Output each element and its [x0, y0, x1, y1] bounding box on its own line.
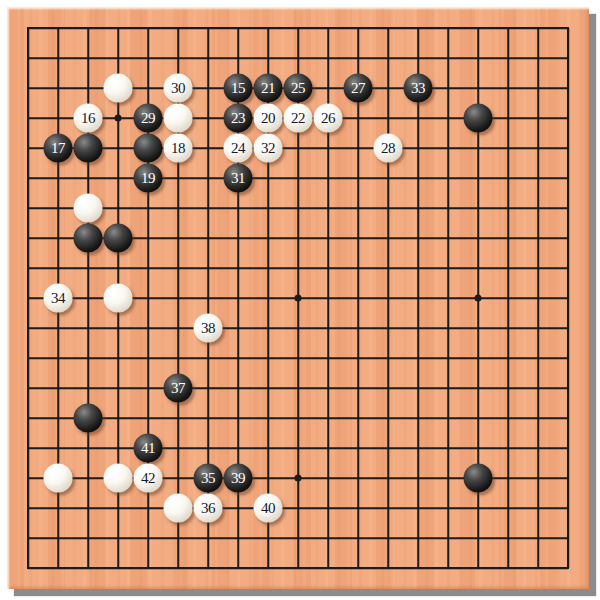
intersection-13-12[interactable] — [403, 373, 433, 403]
intersection-6-13[interactable] — [193, 403, 223, 433]
intersection-9-7[interactable] — [283, 223, 313, 253]
intersection-18-7[interactable] — [553, 223, 583, 253]
intersection-0-11[interactable] — [13, 343, 43, 373]
intersection-10-3[interactable]: 26 — [313, 103, 343, 133]
intersection-11-18[interactable] — [343, 553, 373, 583]
intersection-18-10[interactable] — [553, 313, 583, 343]
intersection-14-5[interactable] — [433, 163, 463, 193]
intersection-15-4[interactable] — [463, 133, 493, 163]
intersection-10-13[interactable] — [313, 403, 343, 433]
intersection-18-12[interactable] — [553, 373, 583, 403]
stone-white[interactable] — [104, 284, 133, 313]
intersection-12-3[interactable] — [373, 103, 403, 133]
intersection-17-15[interactable] — [523, 463, 553, 493]
intersection-6-4[interactable] — [193, 133, 223, 163]
intersection-7-9[interactable] — [223, 283, 253, 313]
intersection-6-3[interactable] — [193, 103, 223, 133]
intersection-4-11[interactable] — [133, 343, 163, 373]
intersection-2-3[interactable]: 16 — [73, 103, 103, 133]
intersection-0-17[interactable] — [13, 523, 43, 553]
intersection-12-5[interactable] — [373, 163, 403, 193]
intersection-10-17[interactable] — [313, 523, 343, 553]
intersection-3-15[interactable] — [103, 463, 133, 493]
stone-black-15[interactable]: 15 — [224, 74, 253, 103]
intersection-2-17[interactable] — [73, 523, 103, 553]
intersection-5-7[interactable] — [163, 223, 193, 253]
intersection-10-4[interactable] — [313, 133, 343, 163]
intersection-16-6[interactable] — [493, 193, 523, 223]
intersection-15-6[interactable] — [463, 193, 493, 223]
intersection-1-9[interactable]: 34 — [43, 283, 73, 313]
intersection-16-18[interactable] — [493, 553, 523, 583]
intersection-14-1[interactable] — [433, 43, 463, 73]
intersection-16-1[interactable] — [493, 43, 523, 73]
intersection-17-9[interactable] — [523, 283, 553, 313]
intersection-15-13[interactable] — [463, 403, 493, 433]
intersection-3-12[interactable] — [103, 373, 133, 403]
intersection-14-3[interactable] — [433, 103, 463, 133]
intersection-14-6[interactable] — [433, 193, 463, 223]
intersection-6-17[interactable] — [193, 523, 223, 553]
intersection-8-5[interactable] — [253, 163, 283, 193]
stone-white[interactable] — [104, 74, 133, 103]
intersection-13-10[interactable] — [403, 313, 433, 343]
intersection-6-16[interactable]: 36 — [193, 493, 223, 523]
intersection-13-4[interactable] — [403, 133, 433, 163]
intersection-12-1[interactable] — [373, 43, 403, 73]
intersection-12-18[interactable] — [373, 553, 403, 583]
intersection-5-11[interactable] — [163, 343, 193, 373]
intersection-18-2[interactable] — [553, 73, 583, 103]
intersection-14-0[interactable] — [433, 13, 463, 43]
intersection-3-16[interactable] — [103, 493, 133, 523]
intersection-14-2[interactable] — [433, 73, 463, 103]
stone-white-30[interactable]: 30 — [164, 74, 193, 103]
intersection-16-7[interactable] — [493, 223, 523, 253]
intersection-4-18[interactable] — [133, 553, 163, 583]
intersection-3-8[interactable] — [103, 253, 133, 283]
intersection-9-3[interactable]: 22 — [283, 103, 313, 133]
intersection-3-1[interactable] — [103, 43, 133, 73]
intersection-13-8[interactable] — [403, 253, 433, 283]
intersection-18-18[interactable] — [553, 553, 583, 583]
intersection-6-9[interactable] — [193, 283, 223, 313]
intersection-9-1[interactable] — [283, 43, 313, 73]
intersection-0-10[interactable] — [13, 313, 43, 343]
intersection-11-7[interactable] — [343, 223, 373, 253]
stone-black-41[interactable]: 41 — [134, 434, 163, 463]
intersection-1-8[interactable] — [43, 253, 73, 283]
intersection-8-1[interactable] — [253, 43, 283, 73]
intersection-1-10[interactable] — [43, 313, 73, 343]
intersection-6-7[interactable] — [193, 223, 223, 253]
intersection-8-10[interactable] — [253, 313, 283, 343]
intersection-10-7[interactable] — [313, 223, 343, 253]
intersection-10-18[interactable] — [313, 553, 343, 583]
intersection-16-3[interactable] — [493, 103, 523, 133]
intersection-9-15[interactable] — [283, 463, 313, 493]
intersection-15-3[interactable] — [463, 103, 493, 133]
intersection-14-13[interactable] — [433, 403, 463, 433]
stone-white-20[interactable]: 20 — [254, 104, 283, 133]
intersection-0-18[interactable] — [13, 553, 43, 583]
intersection-13-11[interactable] — [403, 343, 433, 373]
intersection-18-5[interactable] — [553, 163, 583, 193]
intersection-7-11[interactable] — [223, 343, 253, 373]
intersection-4-10[interactable] — [133, 313, 163, 343]
intersection-17-2[interactable] — [523, 73, 553, 103]
intersection-13-9[interactable] — [403, 283, 433, 313]
intersection-11-0[interactable] — [343, 13, 373, 43]
intersection-11-16[interactable] — [343, 493, 373, 523]
stone-white-34[interactable]: 34 — [44, 284, 73, 313]
intersection-0-9[interactable] — [13, 283, 43, 313]
intersection-18-3[interactable] — [553, 103, 583, 133]
intersection-6-18[interactable] — [193, 553, 223, 583]
intersection-8-12[interactable] — [253, 373, 283, 403]
intersection-2-8[interactable] — [73, 253, 103, 283]
intersection-8-13[interactable] — [253, 403, 283, 433]
intersection-18-8[interactable] — [553, 253, 583, 283]
intersection-5-2[interactable]: 30 — [163, 73, 193, 103]
intersection-14-16[interactable] — [433, 493, 463, 523]
stone-white[interactable] — [164, 104, 193, 133]
intersection-2-14[interactable] — [73, 433, 103, 463]
intersection-5-10[interactable] — [163, 313, 193, 343]
intersection-10-0[interactable] — [313, 13, 343, 43]
intersection-5-1[interactable] — [163, 43, 193, 73]
intersection-0-12[interactable] — [13, 373, 43, 403]
intersection-12-13[interactable] — [373, 403, 403, 433]
intersection-15-18[interactable] — [463, 553, 493, 583]
intersection-6-8[interactable] — [193, 253, 223, 283]
intersection-9-9[interactable] — [283, 283, 313, 313]
intersection-12-10[interactable] — [373, 313, 403, 343]
stone-black[interactable] — [464, 104, 493, 133]
intersection-13-15[interactable] — [403, 463, 433, 493]
intersection-16-8[interactable] — [493, 253, 523, 283]
intersection-7-10[interactable] — [223, 313, 253, 343]
intersection-7-4[interactable]: 24 — [223, 133, 253, 163]
intersection-5-16[interactable] — [163, 493, 193, 523]
intersection-2-18[interactable] — [73, 553, 103, 583]
intersection-9-6[interactable] — [283, 193, 313, 223]
stone-white-24[interactable]: 24 — [224, 134, 253, 163]
intersection-2-13[interactable] — [73, 403, 103, 433]
stone-black-33[interactable]: 33 — [404, 74, 433, 103]
intersection-11-14[interactable] — [343, 433, 373, 463]
intersection-2-2[interactable] — [73, 73, 103, 103]
intersection-14-15[interactable] — [433, 463, 463, 493]
intersection-15-7[interactable] — [463, 223, 493, 253]
intersection-12-8[interactable] — [373, 253, 403, 283]
intersection-12-12[interactable] — [373, 373, 403, 403]
intersection-15-16[interactable] — [463, 493, 493, 523]
stone-black[interactable] — [104, 224, 133, 253]
intersection-14-18[interactable] — [433, 553, 463, 583]
intersection-14-9[interactable] — [433, 283, 463, 313]
intersection-14-7[interactable] — [433, 223, 463, 253]
intersection-18-16[interactable] — [553, 493, 583, 523]
intersection-0-7[interactable] — [13, 223, 43, 253]
intersection-9-17[interactable] — [283, 523, 313, 553]
intersection-2-12[interactable] — [73, 373, 103, 403]
intersection-5-17[interactable] — [163, 523, 193, 553]
intersection-16-9[interactable] — [493, 283, 523, 313]
intersection-4-17[interactable] — [133, 523, 163, 553]
intersection-1-14[interactable] — [43, 433, 73, 463]
intersection-15-5[interactable] — [463, 163, 493, 193]
intersection-12-15[interactable] — [373, 463, 403, 493]
stone-white[interactable] — [44, 464, 73, 493]
intersection-16-14[interactable] — [493, 433, 523, 463]
intersection-10-11[interactable] — [313, 343, 343, 373]
intersection-6-10[interactable]: 38 — [193, 313, 223, 343]
intersection-9-11[interactable] — [283, 343, 313, 373]
intersection-17-13[interactable] — [523, 403, 553, 433]
stone-black-19[interactable]: 19 — [134, 164, 163, 193]
intersection-11-2[interactable]: 27 — [343, 73, 373, 103]
intersection-7-13[interactable] — [223, 403, 253, 433]
intersection-5-12[interactable]: 37 — [163, 373, 193, 403]
intersection-10-6[interactable] — [313, 193, 343, 223]
intersection-6-12[interactable] — [193, 373, 223, 403]
intersection-5-5[interactable] — [163, 163, 193, 193]
intersection-18-11[interactable] — [553, 343, 583, 373]
intersection-9-4[interactable] — [283, 133, 313, 163]
intersection-2-9[interactable] — [73, 283, 103, 313]
intersection-12-0[interactable] — [373, 13, 403, 43]
intersection-13-0[interactable] — [403, 13, 433, 43]
intersection-16-17[interactable] — [493, 523, 523, 553]
intersection-13-1[interactable] — [403, 43, 433, 73]
intersection-17-14[interactable] — [523, 433, 553, 463]
intersection-0-4[interactable] — [13, 133, 43, 163]
intersection-1-18[interactable] — [43, 553, 73, 583]
intersection-8-2[interactable]: 21 — [253, 73, 283, 103]
stone-black-37[interactable]: 37 — [164, 374, 193, 403]
intersection-8-17[interactable] — [253, 523, 283, 553]
stone-black[interactable] — [464, 464, 493, 493]
stone-black-31[interactable]: 31 — [224, 164, 253, 193]
intersection-18-0[interactable] — [553, 13, 583, 43]
intersection-16-5[interactable] — [493, 163, 523, 193]
intersection-15-17[interactable] — [463, 523, 493, 553]
intersection-1-1[interactable] — [43, 43, 73, 73]
intersection-12-14[interactable] — [373, 433, 403, 463]
intersection-3-13[interactable] — [103, 403, 133, 433]
stone-white-28[interactable]: 28 — [374, 134, 403, 163]
intersection-14-12[interactable] — [433, 373, 463, 403]
intersection-7-18[interactable] — [223, 553, 253, 583]
intersection-11-11[interactable] — [343, 343, 373, 373]
intersection-12-17[interactable] — [373, 523, 403, 553]
intersection-0-1[interactable] — [13, 43, 43, 73]
stone-white-42[interactable]: 42 — [134, 464, 163, 493]
intersection-5-4[interactable]: 18 — [163, 133, 193, 163]
intersection-10-16[interactable] — [313, 493, 343, 523]
intersection-4-7[interactable] — [133, 223, 163, 253]
intersection-4-3[interactable]: 29 — [133, 103, 163, 133]
intersection-2-1[interactable] — [73, 43, 103, 73]
intersection-7-14[interactable] — [223, 433, 253, 463]
intersection-12-2[interactable] — [373, 73, 403, 103]
intersection-4-2[interactable] — [133, 73, 163, 103]
intersection-15-10[interactable] — [463, 313, 493, 343]
intersection-3-0[interactable] — [103, 13, 133, 43]
intersection-5-15[interactable] — [163, 463, 193, 493]
intersection-2-5[interactable] — [73, 163, 103, 193]
intersection-7-7[interactable] — [223, 223, 253, 253]
intersection-18-15[interactable] — [553, 463, 583, 493]
intersection-6-14[interactable] — [193, 433, 223, 463]
intersection-3-7[interactable] — [103, 223, 133, 253]
stone-white-16[interactable]: 16 — [74, 104, 103, 133]
intersection-2-10[interactable] — [73, 313, 103, 343]
intersection-5-14[interactable] — [163, 433, 193, 463]
intersection-13-13[interactable] — [403, 403, 433, 433]
intersection-1-2[interactable] — [43, 73, 73, 103]
intersection-18-14[interactable] — [553, 433, 583, 463]
intersection-8-16[interactable]: 40 — [253, 493, 283, 523]
intersection-18-13[interactable] — [553, 403, 583, 433]
intersection-11-8[interactable] — [343, 253, 373, 283]
intersection-2-4[interactable] — [73, 133, 103, 163]
stone-white-32[interactable]: 32 — [254, 134, 283, 163]
intersection-13-3[interactable] — [403, 103, 433, 133]
intersection-18-1[interactable] — [553, 43, 583, 73]
intersection-15-15[interactable] — [463, 463, 493, 493]
intersection-17-4[interactable] — [523, 133, 553, 163]
intersection-6-1[interactable] — [193, 43, 223, 73]
intersection-3-11[interactable] — [103, 343, 133, 373]
intersection-0-14[interactable] — [13, 433, 43, 463]
intersection-13-5[interactable] — [403, 163, 433, 193]
intersection-2-6[interactable] — [73, 193, 103, 223]
intersection-18-4[interactable] — [553, 133, 583, 163]
intersection-9-5[interactable] — [283, 163, 313, 193]
intersection-9-10[interactable] — [283, 313, 313, 343]
intersection-3-3[interactable] — [103, 103, 133, 133]
intersection-1-15[interactable] — [43, 463, 73, 493]
intersection-2-7[interactable] — [73, 223, 103, 253]
intersection-7-6[interactable] — [223, 193, 253, 223]
intersection-16-15[interactable] — [493, 463, 523, 493]
intersection-13-16[interactable] — [403, 493, 433, 523]
intersection-16-0[interactable] — [493, 13, 523, 43]
intersection-9-14[interactable] — [283, 433, 313, 463]
intersection-11-3[interactable] — [343, 103, 373, 133]
intersection-5-8[interactable] — [163, 253, 193, 283]
intersection-3-6[interactable] — [103, 193, 133, 223]
intersection-4-15[interactable]: 42 — [133, 463, 163, 493]
intersection-1-16[interactable] — [43, 493, 73, 523]
intersection-0-5[interactable] — [13, 163, 43, 193]
intersection-8-0[interactable] — [253, 13, 283, 43]
intersection-5-18[interactable] — [163, 553, 193, 583]
intersection-10-1[interactable] — [313, 43, 343, 73]
intersection-17-17[interactable] — [523, 523, 553, 553]
intersection-11-10[interactable] — [343, 313, 373, 343]
intersection-11-13[interactable] — [343, 403, 373, 433]
intersection-13-17[interactable] — [403, 523, 433, 553]
intersection-6-5[interactable] — [193, 163, 223, 193]
intersection-12-11[interactable] — [373, 343, 403, 373]
intersection-4-6[interactable] — [133, 193, 163, 223]
intersection-15-11[interactable] — [463, 343, 493, 373]
intersection-0-13[interactable] — [13, 403, 43, 433]
intersection-5-13[interactable] — [163, 403, 193, 433]
intersection-3-17[interactable] — [103, 523, 133, 553]
intersection-4-1[interactable] — [133, 43, 163, 73]
stone-black[interactable] — [74, 404, 103, 433]
intersection-10-8[interactable] — [313, 253, 343, 283]
intersection-17-7[interactable] — [523, 223, 553, 253]
stone-black[interactable] — [134, 134, 163, 163]
intersection-14-8[interactable] — [433, 253, 463, 283]
intersection-12-9[interactable] — [373, 283, 403, 313]
intersection-16-12[interactable] — [493, 373, 523, 403]
intersection-13-14[interactable] — [403, 433, 433, 463]
intersection-0-6[interactable] — [13, 193, 43, 223]
intersection-7-3[interactable]: 23 — [223, 103, 253, 133]
intersection-10-12[interactable] — [313, 373, 343, 403]
intersection-15-1[interactable] — [463, 43, 493, 73]
intersection-4-14[interactable]: 41 — [133, 433, 163, 463]
intersection-12-16[interactable] — [373, 493, 403, 523]
intersection-11-17[interactable] — [343, 523, 373, 553]
intersection-9-16[interactable] — [283, 493, 313, 523]
intersection-11-4[interactable] — [343, 133, 373, 163]
intersection-17-18[interactable] — [523, 553, 553, 583]
intersection-8-14[interactable] — [253, 433, 283, 463]
intersection-1-17[interactable] — [43, 523, 73, 553]
intersection-16-11[interactable] — [493, 343, 523, 373]
stone-white-22[interactable]: 22 — [284, 104, 313, 133]
intersection-1-5[interactable] — [43, 163, 73, 193]
intersection-11-15[interactable] — [343, 463, 373, 493]
intersection-14-14[interactable] — [433, 433, 463, 463]
intersection-14-11[interactable] — [433, 343, 463, 373]
intersection-8-11[interactable] — [253, 343, 283, 373]
stone-white-18[interactable]: 18 — [164, 134, 193, 163]
intersection-15-2[interactable] — [463, 73, 493, 103]
stone-white[interactable] — [104, 464, 133, 493]
intersection-3-5[interactable] — [103, 163, 133, 193]
intersection-2-16[interactable] — [73, 493, 103, 523]
intersection-17-8[interactable] — [523, 253, 553, 283]
intersection-9-13[interactable] — [283, 403, 313, 433]
intersection-15-9[interactable] — [463, 283, 493, 313]
intersection-1-3[interactable] — [43, 103, 73, 133]
intersection-12-6[interactable] — [373, 193, 403, 223]
intersection-1-4[interactable]: 17 — [43, 133, 73, 163]
intersection-2-0[interactable] — [73, 13, 103, 43]
intersection-5-3[interactable] — [163, 103, 193, 133]
intersection-18-6[interactable] — [553, 193, 583, 223]
intersection-10-15[interactable] — [313, 463, 343, 493]
intersection-4-13[interactable] — [133, 403, 163, 433]
intersection-8-3[interactable]: 20 — [253, 103, 283, 133]
intersection-7-1[interactable] — [223, 43, 253, 73]
intersection-12-4[interactable]: 28 — [373, 133, 403, 163]
intersection-9-2[interactable]: 25 — [283, 73, 313, 103]
intersection-8-15[interactable] — [253, 463, 283, 493]
stone-black-17[interactable]: 17 — [44, 134, 73, 163]
intersection-4-5[interactable]: 19 — [133, 163, 163, 193]
intersection-9-0[interactable] — [283, 13, 313, 43]
intersection-16-16[interactable] — [493, 493, 523, 523]
